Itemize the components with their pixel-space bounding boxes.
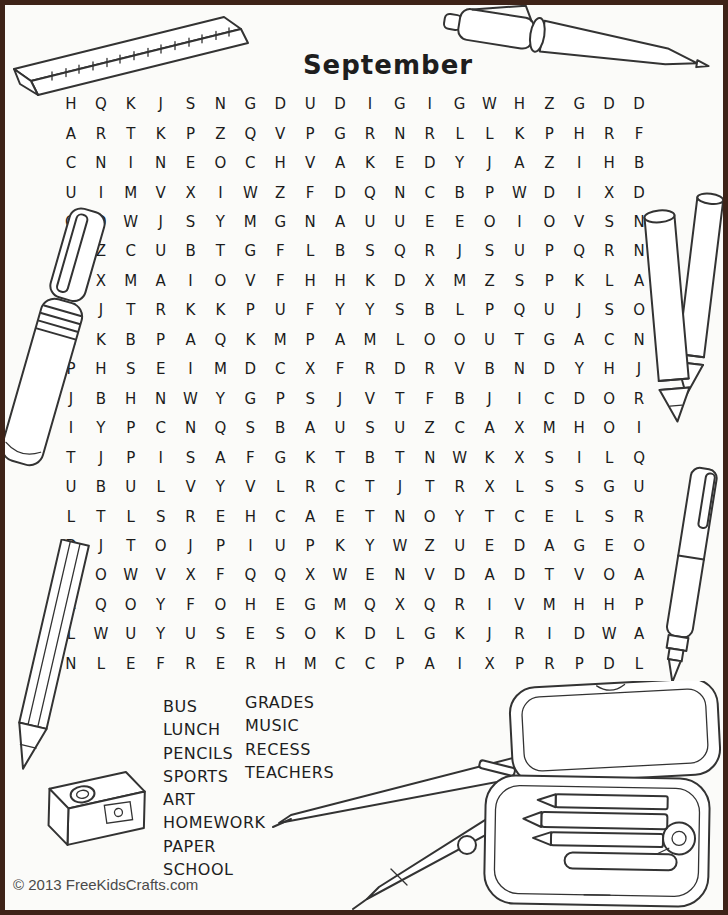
grid-cell-r15-c7: H (235, 502, 265, 531)
grid-cell-r2-c15: L (475, 119, 505, 148)
grid-cell-r7-c9: H (295, 267, 325, 296)
grid-cell-r8-c13: B (415, 296, 445, 325)
copyright-text: © 2013 FreeKidsCrafts.com (13, 876, 198, 893)
grid-cell-r15-c14: Y (445, 502, 475, 531)
grid-cell-r15-c4: S (146, 502, 176, 531)
grid-cell-r13-c19: L (594, 443, 624, 472)
grid-cell-r4-c3: M (116, 178, 146, 207)
grid-cell-r13-c6: A (205, 443, 235, 472)
pencil-case-illustration (481, 681, 728, 913)
grid-cell-r6-c4: U (146, 237, 176, 266)
grid-cell-r2-c13: R (415, 119, 445, 148)
grid-cell-r12-c16: X (504, 414, 534, 443)
grid-cell-r18-c10: M (325, 591, 355, 620)
grid-cell-r13-c17: S (534, 443, 564, 472)
grid-cell-r18-c5: F (176, 591, 206, 620)
grid-cell-r11-c12: T (385, 385, 415, 414)
grid-cell-r17-c16: D (504, 561, 534, 590)
crayons-illustration (632, 184, 728, 439)
grid-cell-r17-c19: O (594, 561, 624, 590)
grid-cell-r5-c7: M (235, 208, 265, 237)
grid-cell-r15-c15: T (475, 502, 505, 531)
grid-cell-r4-c12: N (385, 178, 415, 207)
grid-cell-r5-c17: O (534, 208, 564, 237)
grid-cell-r1-c13: I (415, 90, 445, 119)
grid-cell-r10-c10: F (325, 355, 355, 384)
grid-cell-r1-c20: D (624, 90, 654, 119)
grid-cell-r9-c14: O (445, 326, 475, 355)
grid-cell-r18-c8: E (265, 591, 295, 620)
grid-cell-r8-c9: F (295, 296, 325, 325)
grid-cell-r9-c8: M (265, 326, 295, 355)
grid-cell-r17-c14: D (445, 561, 475, 590)
grid-cell-r20-c5: R (176, 650, 206, 679)
grid-cell-r2-c5: P (176, 119, 206, 148)
grid-cell-r7-c19: L (594, 267, 624, 296)
grid-cell-r2-c18: H (564, 119, 594, 148)
grid-cell-r11-c5: W (176, 385, 206, 414)
grid-cell-r12-c7: S (235, 414, 265, 443)
grid-cell-r5-c9: N (295, 208, 325, 237)
grid-cell-r2-c4: K (146, 119, 176, 148)
mechanical-pencil-illustration (642, 457, 728, 709)
grid-cell-r3-c11: K (355, 149, 385, 178)
grid-cell-r19-c13: G (415, 620, 445, 649)
grid-cell-r14-c8: L (265, 473, 295, 502)
grid-cell-r4-c9: F (295, 178, 325, 207)
grid-cell-r1-c12: G (385, 90, 415, 119)
grid-cell-r2-c2: R (86, 119, 116, 148)
grid-cell-r9-c4: P (146, 326, 176, 355)
grid-cell-r14-c5: V (176, 473, 206, 502)
grid-cell-r8-c3: T (116, 296, 146, 325)
grid-cell-r4-c18: I (564, 178, 594, 207)
grid-cell-r4-c13: C (415, 178, 445, 207)
grid-cell-r16-c5: J (176, 532, 206, 561)
grid-cell-r3-c5: E (176, 149, 206, 178)
grid-cell-r3-c10: A (325, 149, 355, 178)
grid-cell-r16-c16: D (504, 532, 534, 561)
grid-cell-r1-c9: U (295, 90, 325, 119)
grid-cell-r11-c13: F (415, 385, 445, 414)
grid-cell-r16-c7: I (235, 532, 265, 561)
grid-cell-r14-c17: S (534, 473, 564, 502)
grid-cell-r13-c8: G (265, 443, 295, 472)
grid-cell-r17-c6: F (205, 561, 235, 590)
grid-cell-r2-c3: T (116, 119, 146, 148)
grid-cell-r8-c14: L (445, 296, 475, 325)
grid-cell-r8-c17: U (534, 296, 564, 325)
grid-cell-r19-c5: U (176, 620, 206, 649)
grid-cell-r12-c4: C (146, 414, 176, 443)
grid-cell-r16-c11: Y (355, 532, 385, 561)
grid-cell-r7-c12: D (385, 267, 415, 296)
grid-cell-r12-c11: S (355, 414, 385, 443)
grid-cell-r6-c12: Q (385, 237, 415, 266)
grid-cell-r7-c15: Z (475, 267, 505, 296)
grid-cell-r8-c5: K (176, 296, 206, 325)
grid-cell-r9-c5: A (176, 326, 206, 355)
grid-cell-r18-c17: M (534, 591, 564, 620)
grid-cell-r6-c3: C (116, 237, 146, 266)
pencil-and-sharpener-illustration (5, 539, 160, 857)
grid-cell-r16-c10: K (325, 532, 355, 561)
word-list-item: GRADES (245, 691, 334, 714)
grid-cell-r14-c3: U (116, 473, 146, 502)
grid-cell-r9-c17: G (534, 326, 564, 355)
grid-cell-r15-c11: T (355, 502, 385, 531)
grid-cell-r18-c12: X (385, 591, 415, 620)
grid-cell-r16-c14: U (445, 532, 475, 561)
grid-cell-r7-c7: V (235, 267, 265, 296)
grid-cell-r4-c17: D (534, 178, 564, 207)
grid-cell-r19-c17: I (534, 620, 564, 649)
grid-cell-r13-c11: B (355, 443, 385, 472)
grid-cell-r5-c14: E (445, 208, 475, 237)
grid-cell-r2-c1: A (56, 119, 86, 148)
grid-cell-r12-c17: M (534, 414, 564, 443)
grid-cell-r13-c5: S (176, 443, 206, 472)
grid-cell-r18-c13: Q (415, 591, 445, 620)
grid-cell-r3-c13: D (415, 149, 445, 178)
grid-cell-r10-c6: M (205, 355, 235, 384)
grid-cell-r15-c1: L (56, 502, 86, 531)
grid-cell-r11-c7: G (235, 385, 265, 414)
grid-cell-r11-c16: I (504, 385, 534, 414)
grid-cell-r9-c10: A (325, 326, 355, 355)
grid-cell-r12-c6: Q (205, 414, 235, 443)
grid-cell-r11-c3: H (116, 385, 146, 414)
grid-cell-r18-c15: I (475, 591, 505, 620)
grid-cell-r4-c10: D (325, 178, 355, 207)
grid-cell-r8-c18: J (564, 296, 594, 325)
grid-cell-r10-c17: D (534, 355, 564, 384)
grid-cell-r10-c13: R (415, 355, 445, 384)
grid-cell-r5-c5: S (176, 208, 206, 237)
grid-cell-r18-c14: R (445, 591, 475, 620)
grid-cell-r8-c11: Y (355, 296, 385, 325)
grid-cell-r10-c8: C (265, 355, 295, 384)
grid-cell-r1-c17: Z (534, 90, 564, 119)
grid-cell-r8-c19: S (594, 296, 624, 325)
grid-cell-r19-c7: E (235, 620, 265, 649)
grid-cell-r15-c9: A (295, 502, 325, 531)
grid-cell-r7-c8: F (265, 267, 295, 296)
grid-cell-r17-c12: N (385, 561, 415, 590)
grid-cell-r19-c8: S (265, 620, 295, 649)
grid-cell-r9-c12: L (385, 326, 415, 355)
grid-cell-r11-c4: N (146, 385, 176, 414)
grid-cell-r3-c12: E (385, 149, 415, 178)
grid-cell-r3-c9: V (295, 149, 325, 178)
grid-cell-r7-c6: O (205, 267, 235, 296)
grid-cell-r11-c17: C (534, 385, 564, 414)
grid-cell-r15-c10: E (325, 502, 355, 531)
grid-cell-r18-c11: Q (355, 591, 385, 620)
grid-cell-r2-c12: N (385, 119, 415, 148)
grid-cell-r20-c7: R (235, 650, 265, 679)
grid-cell-r5-c3: W (116, 208, 146, 237)
grid-cell-r20-c12: P (385, 650, 415, 679)
grid-cell-r8-c15: P (475, 296, 505, 325)
grid-cell-r5-c15: O (475, 208, 505, 237)
grid-cell-r12-c10: U (325, 414, 355, 443)
grid-cell-r17-c9: X (295, 561, 325, 590)
grid-cell-r14-c15: X (475, 473, 505, 502)
grid-cell-r4-c4: V (146, 178, 176, 207)
grid-cell-r5-c12: U (385, 208, 415, 237)
grid-cell-r19-c9: O (295, 620, 325, 649)
grid-cell-r17-c5: X (176, 561, 206, 590)
grid-cell-r2-c6: Z (205, 119, 235, 148)
grid-cell-r3-c14: Y (445, 149, 475, 178)
grid-cell-r6-c9: L (295, 237, 325, 266)
grid-cell-r19-c16: R (504, 620, 534, 649)
grid-cell-r1-c11: I (355, 90, 385, 119)
grid-cell-r13-c3: P (116, 443, 146, 472)
grid-cell-r10-c7: D (235, 355, 265, 384)
grid-cell-r5-c16: I (504, 208, 534, 237)
grid-cell-r3-c7: C (235, 149, 265, 178)
grid-cell-r12-c5: N (176, 414, 206, 443)
grid-cell-r20-c6: E (205, 650, 235, 679)
grid-cell-r17-c18: V (564, 561, 594, 590)
grid-cell-r16-c18: G (564, 532, 594, 561)
grid-cell-r15-c19: S (594, 502, 624, 531)
grid-cell-r8-c6: K (205, 296, 235, 325)
grid-cell-r13-c14: W (445, 443, 475, 472)
grid-cell-r1-c15: W (475, 90, 505, 119)
grid-cell-r2-c14: L (445, 119, 475, 148)
grid-cell-r17-c13: V (415, 561, 445, 590)
grid-cell-r17-c10: W (325, 561, 355, 590)
word-list-item: HOMEWORK (163, 811, 266, 834)
grid-cell-r14-c12: J (385, 473, 415, 502)
grid-cell-r9-c16: T (504, 326, 534, 355)
grid-cell-r16-c13: Z (415, 532, 445, 561)
grid-cell-r10-c3: S (116, 355, 146, 384)
grid-cell-r12-c19: O (594, 414, 624, 443)
grid-cell-r14-c11: T (355, 473, 385, 502)
grid-cell-r7-c14: M (445, 267, 475, 296)
grid-cell-r2-c19: R (594, 119, 624, 148)
grid-cell-r10-c16: N (504, 355, 534, 384)
grid-cell-r20-c16: P (504, 650, 534, 679)
grid-cell-r16-c17: A (534, 532, 564, 561)
grid-cell-r7-c4: A (146, 267, 176, 296)
grid-cell-r19-c6: S (205, 620, 235, 649)
grid-cell-r14-c14: R (445, 473, 475, 502)
grid-cell-r10-c4: E (146, 355, 176, 384)
grid-cell-r12-c9: A (295, 414, 325, 443)
grid-cell-r16-c8: U (265, 532, 295, 561)
grid-cell-r5-c11: U (355, 208, 385, 237)
grid-cell-r10-c11: R (355, 355, 385, 384)
grid-cell-r14-c4: L (146, 473, 176, 502)
grid-cell-r13-c10: T (325, 443, 355, 472)
grid-cell-r1-c10: D (325, 90, 355, 119)
grid-cell-r20-c13: A (415, 650, 445, 679)
grid-cell-r10-c18: Y (564, 355, 594, 384)
grid-cell-r15-c17: E (534, 502, 564, 531)
grid-cell-r9-c18: A (564, 326, 594, 355)
grid-cell-r12-c3: P (116, 414, 146, 443)
grid-cell-r9-c7: K (235, 326, 265, 355)
grid-cell-r2-c9: P (295, 119, 325, 148)
grid-cell-r8-c10: Y (325, 296, 355, 325)
grid-cell-r12-c13: Z (415, 414, 445, 443)
grid-cell-r16-c19: E (594, 532, 624, 561)
grid-cell-r3-c8: H (265, 149, 295, 178)
grid-cell-r18-c7: H (235, 591, 265, 620)
grid-cell-r20-c8: H (265, 650, 295, 679)
grid-cell-r18-c9: G (295, 591, 325, 620)
grid-cell-r6-c14: J (445, 237, 475, 266)
grid-cell-r3-c1: C (56, 149, 86, 178)
grid-cell-r14-c18: S (564, 473, 594, 502)
grid-cell-r9-c15: U (475, 326, 505, 355)
grid-cell-r9-c6: Q (205, 326, 235, 355)
ballpoint-pen-illustration (432, 5, 724, 93)
grid-cell-r7-c3: M (116, 267, 146, 296)
grid-cell-r11-c19: O (594, 385, 624, 414)
grid-cell-r12-c15: A (475, 414, 505, 443)
grid-cell-r16-c9: P (295, 532, 325, 561)
grid-cell-r5-c18: V (564, 208, 594, 237)
grid-cell-r12-c18: H (564, 414, 594, 443)
grid-cell-r1-c14: G (445, 90, 475, 119)
worksheet-page: September HQKJSNGDUDIGIGWHZGDDARTKPZQVPG… (0, 0, 728, 915)
grid-cell-r9-c11: M (355, 326, 385, 355)
grid-cell-r1-c16: H (504, 90, 534, 119)
grid-cell-r20-c9: M (295, 650, 325, 679)
grid-cell-r10-c9: X (295, 355, 325, 384)
grid-cell-r15-c8: C (265, 502, 295, 531)
grid-cell-r14-c10: C (325, 473, 355, 502)
grid-cell-r12-c8: B (265, 414, 295, 443)
grid-cell-r3-c20: B (624, 149, 654, 178)
grid-cell-r3-c15: J (475, 149, 505, 178)
grid-cell-r4-c6: I (205, 178, 235, 207)
grid-cell-r19-c11: D (355, 620, 385, 649)
grid-cell-r4-c8: Z (265, 178, 295, 207)
grid-cell-r7-c5: I (176, 267, 206, 296)
grid-cell-r4-c15: P (475, 178, 505, 207)
grid-cell-r5-c19: S (594, 208, 624, 237)
grid-cell-r13-c12: T (385, 443, 415, 472)
grid-cell-r19-c18: D (564, 620, 594, 649)
grid-cell-r19-c19: W (594, 620, 624, 649)
grid-cell-r20-c10: C (325, 650, 355, 679)
grid-cell-r6-c5: B (176, 237, 206, 266)
grid-cell-r18-c6: O (205, 591, 235, 620)
grid-cell-r8-c8: U (265, 296, 295, 325)
grid-cell-r15-c5: R (176, 502, 206, 531)
grid-cell-r18-c16: V (504, 591, 534, 620)
grid-cell-r11-c10: J (325, 385, 355, 414)
word-list-item: PAPER (163, 835, 266, 858)
grid-cell-r3-c3: I (116, 149, 146, 178)
grid-cell-r6-c15: S (475, 237, 505, 266)
grid-cell-r20-c14: I (445, 650, 475, 679)
grid-cell-r16-c15: E (475, 532, 505, 561)
grid-cell-r2-c11: R (355, 119, 385, 148)
grid-cell-r5-c13: E (415, 208, 445, 237)
grid-cell-r1-c19: D (594, 90, 624, 119)
grid-cell-r10-c15: B (475, 355, 505, 384)
grid-cell-r13-c9: K (295, 443, 325, 472)
pencil-sharpener (43, 770, 151, 847)
grid-cell-r20-c17: R (534, 650, 564, 679)
grid-cell-r11-c15: J (475, 385, 505, 414)
grid-cell-r14-c6: Y (205, 473, 235, 502)
grid-cell-r4-c19: X (594, 178, 624, 207)
grid-cell-r16-c6: P (205, 532, 235, 561)
grid-cell-r16-c12: W (385, 532, 415, 561)
grid-cell-r2-c10: G (325, 119, 355, 148)
grid-cell-r8-c7: P (235, 296, 265, 325)
grid-cell-r3-c18: I (564, 149, 594, 178)
grid-cell-r5-c4: J (146, 208, 176, 237)
grid-cell-r6-c8: F (265, 237, 295, 266)
grid-cell-r15-c3: L (116, 502, 146, 531)
grid-cell-r6-c10: B (325, 237, 355, 266)
grid-cell-r11-c11: V (355, 385, 385, 414)
grid-cell-r12-c12: U (385, 414, 415, 443)
grid-cell-r14-c9: R (295, 473, 325, 502)
grid-cell-r19-c12: L (385, 620, 415, 649)
grid-cell-r14-c13: T (415, 473, 445, 502)
grid-cell-r11-c14: B (445, 385, 475, 414)
grid-cell-r20-c11: C (355, 650, 385, 679)
grid-cell-r8-c4: R (146, 296, 176, 325)
grid-cell-r17-c11: E (355, 561, 385, 590)
grid-cell-r5-c6: Y (205, 208, 235, 237)
grid-cell-r13-c15: K (475, 443, 505, 472)
grid-cell-r6-c19: R (594, 237, 624, 266)
grid-cell-r9-c13: O (415, 326, 445, 355)
grid-cell-r2-c8: V (265, 119, 295, 148)
grid-cell-r3-c19: H (594, 149, 624, 178)
grid-cell-r19-c14: K (445, 620, 475, 649)
grid-cell-r9-c3: B (116, 326, 146, 355)
grid-cell-r13-c4: I (146, 443, 176, 472)
grid-cell-r19-c15: J (475, 620, 505, 649)
grid-cell-r10-c5: I (176, 355, 206, 384)
grid-cell-r10-c12: D (385, 355, 415, 384)
grid-cell-r10-c14: V (445, 355, 475, 384)
grid-cell-r14-c7: V (235, 473, 265, 502)
grid-cell-r2-c16: K (504, 119, 534, 148)
grid-cell-r6-c7: G (235, 237, 265, 266)
grid-cell-r20-c15: X (475, 650, 505, 679)
grid-cell-r17-c8: Q (265, 561, 295, 590)
grid-cell-r18-c19: H (594, 591, 624, 620)
grid-cell-r20-c19: D (594, 650, 624, 679)
grid-cell-r15-c6: E (205, 502, 235, 531)
grid-cell-r2-c17: P (534, 119, 564, 148)
grid-cell-r15-c13: O (415, 502, 445, 531)
grid-cell-r11-c18: D (564, 385, 594, 414)
grid-cell-r11-c9: S (295, 385, 325, 414)
grid-cell-r3-c17: Z (534, 149, 564, 178)
grid-cell-r6-c17: P (534, 237, 564, 266)
grid-cell-r14-c16: L (504, 473, 534, 502)
grid-cell-r15-c12: N (385, 502, 415, 531)
grid-cell-r9-c9: P (295, 326, 325, 355)
grid-cell-r6-c6: T (205, 237, 235, 266)
grid-cell-r14-c19: G (594, 473, 624, 502)
